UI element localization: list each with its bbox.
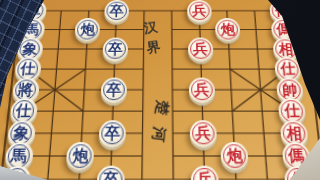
piece-black-soldier[interactable]: 卒 xyxy=(100,77,127,103)
piece-red-soldier[interactable]: 兵 xyxy=(189,77,216,103)
piece-glyph: 兵 xyxy=(192,4,207,17)
piece-red-soldier[interactable]: 兵 xyxy=(189,120,217,147)
piece-glyph: 仕 xyxy=(284,104,301,119)
piece-glyph: 象 xyxy=(13,125,30,141)
piece-glyph: 帥 xyxy=(282,82,298,97)
piece-glyph: 相 xyxy=(278,42,294,56)
piece-glyph: 卒 xyxy=(108,42,123,56)
piece-glyph: 相 xyxy=(286,125,303,141)
piece-glyph: 仕 xyxy=(15,104,32,119)
piece-glyph: 卒 xyxy=(104,125,120,141)
piece-red-soldier[interactable]: 兵 xyxy=(188,37,214,61)
piece-glyph: 馬 xyxy=(10,148,27,164)
xiangqi-photo-scene: 汉界 楚河 車卒兵俥馬炮炮傌象卒兵相仕仕將卒兵帥仕仕象卒兵相馬炮炮傌車卒兵俥 xyxy=(0,0,320,180)
piece-glyph: 傌 xyxy=(288,148,305,164)
piece-glyph: 仕 xyxy=(280,62,296,76)
piece-glyph: 兵 xyxy=(194,82,209,97)
piece-glyph: 象 xyxy=(22,42,38,56)
piece-glyph: 仕 xyxy=(20,62,36,76)
piece-glyph: 炮 xyxy=(220,23,235,37)
piece-glyph: 兵 xyxy=(195,125,211,141)
xiangqi-board: 汉界 楚河 車卒兵俥馬炮炮傌象卒兵相仕仕將卒兵帥仕仕象卒兵相馬炮炮傌車卒兵俥 xyxy=(0,4,320,180)
piece-red-soldier[interactable]: 兵 xyxy=(187,0,212,22)
piece-black-soldier[interactable]: 卒 xyxy=(98,120,126,147)
piece-glyph: 卒 xyxy=(102,171,119,180)
piece-black-soldier[interactable]: 卒 xyxy=(104,0,129,22)
piece-glyph: 兵 xyxy=(196,171,213,180)
piece-glyph: 兵 xyxy=(193,42,208,56)
piece-glyph: 將 xyxy=(17,82,34,97)
piece-glyph: 卒 xyxy=(106,82,122,97)
piece-glyph: 炮 xyxy=(80,23,95,37)
piece-glyph: 炮 xyxy=(72,148,89,164)
piece-black-soldier[interactable]: 卒 xyxy=(102,37,128,61)
piece-glyph: 卒 xyxy=(109,4,124,17)
piece-glyph: 炮 xyxy=(226,148,243,164)
